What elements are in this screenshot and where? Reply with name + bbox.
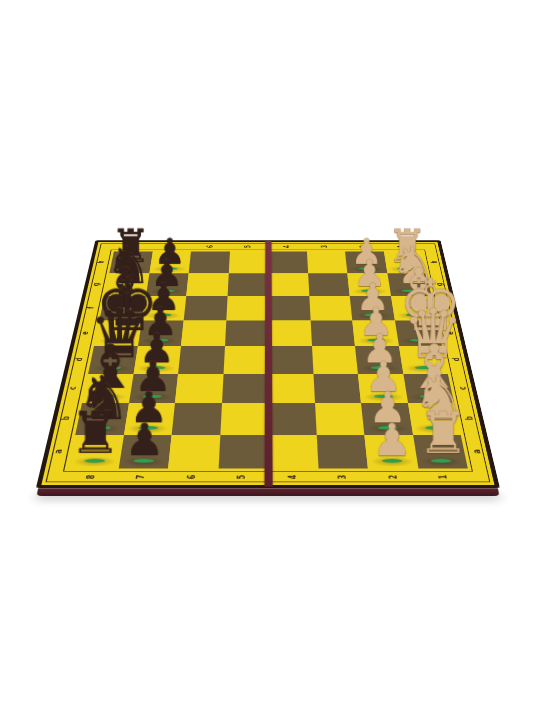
square-d3[interactable]: [312, 346, 358, 374]
square-a6[interactable]: [168, 435, 220, 469]
square-e4[interactable]: [268, 320, 312, 346]
square-g3[interactable]: [308, 273, 350, 296]
square-g4[interactable]: [268, 273, 309, 296]
square-a7[interactable]: ♟: [118, 435, 172, 469]
square-d4[interactable]: [268, 346, 313, 374]
square-b4[interactable]: [268, 403, 316, 435]
square-a5[interactable]: [218, 435, 268, 469]
square-d6[interactable]: [178, 346, 224, 374]
chessboard: ♜♟♟♜♞♟♟♞♝♟♟♝♚♟♟♚♛♟♟♛♝♟♟♝♞♟♟♞♜♟♟♜ 8877665…: [36, 240, 500, 488]
square-b3[interactable]: [315, 403, 365, 435]
square-a8[interactable]: ♜: [68, 435, 123, 469]
square-d5[interactable]: [223, 346, 268, 374]
square-f3[interactable]: [309, 296, 352, 320]
piece-black-pawn-a7[interactable]: ♟: [119, 418, 169, 462]
square-f5[interactable]: [226, 296, 268, 320]
piece-white-pawn-a2[interactable]: ♟: [367, 418, 417, 462]
square-g5[interactable]: [227, 273, 268, 296]
square-b5[interactable]: [220, 403, 268, 435]
square-h3[interactable]: [307, 252, 348, 274]
square-a3[interactable]: [316, 435, 368, 469]
piece-white-rook-a1[interactable]: ♜: [417, 405, 467, 462]
square-a4[interactable]: [268, 435, 318, 469]
square-e3[interactable]: [310, 320, 355, 346]
square-f6[interactable]: [184, 296, 227, 320]
square-e6[interactable]: [181, 320, 226, 346]
piece-black-rook-a8[interactable]: ♜: [70, 405, 120, 462]
square-h4[interactable]: [268, 252, 308, 274]
square-h6[interactable]: [189, 252, 230, 274]
square-f4[interactable]: [268, 296, 310, 320]
square-g6[interactable]: [186, 273, 228, 296]
square-h5[interactable]: [228, 252, 268, 274]
square-a2[interactable]: ♟: [364, 435, 418, 469]
square-e5[interactable]: [225, 320, 269, 346]
square-a1[interactable]: ♜: [413, 435, 468, 469]
square-b6[interactable]: [172, 403, 222, 435]
product-photo: ♜♟♟♜♞♟♟♞♝♟♟♝♚♟♟♚♛♟♟♛♝♟♟♝♞♟♟♞♜♟♟♜ 8877665…: [0, 0, 540, 720]
board-front-edge: [36, 488, 499, 496]
